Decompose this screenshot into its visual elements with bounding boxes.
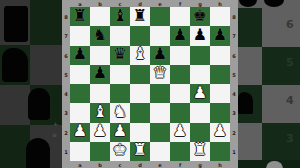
- file-label-b: b: [92, 1, 109, 7]
- piece-white-king[interactable]: ♚: [113, 142, 127, 158]
- rank-label-7: 7: [63, 28, 70, 44]
- rank-label-3: 3: [231, 105, 238, 121]
- right-background-strip: 6 5 4 3: [238, 0, 300, 168]
- rank-label-2: 2: [63, 124, 70, 140]
- rank-label-2: 2: [231, 124, 238, 140]
- square-g3[interactable]: [190, 103, 210, 122]
- ranks-right: 87654321: [230, 7, 238, 161]
- file-label-f: f: [172, 1, 189, 7]
- square-a4[interactable]: [70, 84, 90, 103]
- square-h3[interactable]: [210, 103, 230, 122]
- square-a1[interactable]: [70, 142, 90, 161]
- piece-black-king[interactable]: ♚: [193, 8, 207, 24]
- files-bottom: abcdefgh: [70, 161, 230, 168]
- square-a7[interactable]: [70, 26, 90, 45]
- rank-label-1: 1: [63, 143, 70, 159]
- square-c6[interactable]: ♛: [110, 46, 130, 65]
- piece-white-pawn[interactable]: ♟: [173, 123, 187, 139]
- file-label-g: g: [192, 162, 209, 168]
- piece-black-pawn[interactable]: ♟: [173, 27, 187, 43]
- square-b8[interactable]: [90, 7, 110, 26]
- square-h6[interactable]: [210, 46, 230, 65]
- rank-label-7: 7: [231, 28, 238, 44]
- rank-label-6: 6: [231, 47, 238, 63]
- square-a8[interactable]: ♜: [70, 7, 90, 26]
- chess-board: ♜♝♜♚♞♟♟♟♟♛♝♟♟♛♟♝♞♟♟♟♟♟♚♜♜: [70, 7, 230, 161]
- piece-black-rook[interactable]: ♜: [73, 8, 87, 24]
- ranks-left: 87654321: [62, 7, 70, 161]
- piece-black-pawn[interactable]: ♟: [73, 46, 87, 62]
- piece-black-knight[interactable]: ♞: [93, 27, 107, 43]
- square-d6[interactable]: ♝: [130, 46, 150, 65]
- square-c8[interactable]: ♝: [110, 7, 130, 26]
- file-label-h: h: [212, 162, 229, 168]
- piece-white-knight[interactable]: ♞: [113, 104, 127, 120]
- piece-white-pawn[interactable]: ♟: [73, 123, 87, 139]
- square-e6[interactable]: ♟: [150, 46, 170, 65]
- square-d3[interactable]: [130, 103, 150, 122]
- square-e3[interactable]: [150, 103, 170, 122]
- rank-label-5: 5: [231, 66, 238, 82]
- square-g1[interactable]: ♜: [190, 142, 210, 161]
- square-b7[interactable]: ♞: [90, 26, 110, 45]
- piece-black-rook[interactable]: ♜: [133, 8, 147, 24]
- rank-label-4: 4: [63, 85, 70, 101]
- screenshot-stage: + ≡ 6 5 4 3 abcdefgh abcdefgh 87654321 8…: [0, 0, 300, 168]
- piece-black-pawn[interactable]: ♟: [193, 27, 207, 43]
- chess-board-zone: abcdefgh abcdefgh 87654321 87654321 ♜♝♜♚…: [62, 0, 238, 168]
- rank-label-8: 8: [63, 8, 70, 24]
- piece-white-rook[interactable]: ♜: [133, 142, 147, 158]
- rank-label-6: 6: [63, 47, 70, 63]
- file-label-e: e: [152, 1, 169, 7]
- square-d2[interactable]: [130, 123, 150, 142]
- square-f5[interactable]: [170, 65, 190, 84]
- piece-white-pawn[interactable]: ♟: [93, 123, 107, 139]
- square-b1[interactable]: [90, 142, 110, 161]
- square-d1[interactable]: ♜: [130, 142, 150, 161]
- file-label-c: c: [112, 162, 129, 168]
- square-e5[interactable]: ♛: [150, 65, 170, 84]
- square-h7[interactable]: ♟: [210, 26, 230, 45]
- square-d8[interactable]: ♜: [130, 7, 150, 26]
- square-f4[interactable]: [170, 84, 190, 103]
- file-label-d: d: [132, 162, 149, 168]
- piece-white-queen[interactable]: ♛: [153, 65, 167, 81]
- left-strip-darken-overlay: [0, 0, 62, 168]
- square-g8[interactable]: ♚: [190, 7, 210, 26]
- square-c7[interactable]: [110, 26, 130, 45]
- square-f8[interactable]: [170, 7, 190, 26]
- square-e2[interactable]: [150, 123, 170, 142]
- rank-label-4: 4: [231, 85, 238, 101]
- square-e8[interactable]: [150, 7, 170, 26]
- file-label-h: h: [212, 1, 229, 7]
- square-a3[interactable]: [70, 103, 90, 122]
- square-e4[interactable]: [150, 84, 170, 103]
- right-strip-darken-overlay: [238, 0, 300, 168]
- square-d7[interactable]: [130, 26, 150, 45]
- file-label-e: e: [152, 162, 169, 168]
- file-label-f: f: [172, 162, 189, 168]
- piece-black-pawn[interactable]: ♟: [213, 27, 227, 43]
- square-a2[interactable]: ♟: [70, 123, 90, 142]
- square-h8[interactable]: [210, 7, 230, 26]
- square-h4[interactable]: [210, 84, 230, 103]
- square-h5[interactable]: [210, 65, 230, 84]
- square-e7[interactable]: [150, 26, 170, 45]
- piece-white-bishop[interactable]: ♝: [133, 46, 147, 62]
- piece-black-bishop[interactable]: ♝: [113, 8, 127, 24]
- rank-label-8: 8: [231, 8, 238, 24]
- piece-white-pawn[interactable]: ♟: [213, 123, 227, 139]
- square-f6[interactable]: [170, 46, 190, 65]
- square-g5[interactable]: [190, 65, 210, 84]
- rank-label-1: 1: [231, 143, 238, 159]
- file-label-b: b: [92, 162, 109, 168]
- left-background-strip: + ≡: [0, 0, 62, 168]
- piece-white-pawn[interactable]: ♟: [113, 123, 127, 139]
- square-c5[interactable]: [110, 65, 130, 84]
- square-c3[interactable]: ♞: [110, 103, 130, 122]
- square-c4[interactable]: [110, 84, 130, 103]
- rank-label-5: 5: [63, 66, 70, 82]
- square-g7[interactable]: ♟: [190, 26, 210, 45]
- square-h2[interactable]: ♟: [210, 123, 230, 142]
- piece-black-queen[interactable]: ♛: [113, 46, 127, 62]
- square-f7[interactable]: ♟: [170, 26, 190, 45]
- piece-black-pawn[interactable]: ♟: [93, 65, 107, 81]
- square-c1[interactable]: ♚: [110, 142, 130, 161]
- square-a6[interactable]: ♟: [70, 46, 90, 65]
- piece-white-pawn[interactable]: ♟: [193, 85, 207, 101]
- square-g4[interactable]: ♟: [190, 84, 210, 103]
- piece-white-rook[interactable]: ♜: [193, 142, 207, 158]
- file-label-a: a: [72, 162, 89, 168]
- piece-black-pawn[interactable]: ♟: [153, 46, 167, 62]
- square-b4[interactable]: [90, 84, 110, 103]
- square-g6[interactable]: [190, 46, 210, 65]
- square-b3[interactable]: ♝: [90, 103, 110, 122]
- square-g2[interactable]: [190, 123, 210, 142]
- square-f2[interactable]: ♟: [170, 123, 190, 142]
- square-c2[interactable]: ♟: [110, 123, 130, 142]
- square-b2[interactable]: ♟: [90, 123, 110, 142]
- square-a5[interactable]: [70, 65, 90, 84]
- square-d4[interactable]: [130, 84, 150, 103]
- square-b6[interactable]: [90, 46, 110, 65]
- square-h1[interactable]: [210, 142, 230, 161]
- piece-white-bishop[interactable]: ♝: [93, 104, 107, 120]
- square-e1[interactable]: [150, 142, 170, 161]
- square-f3[interactable]: [170, 103, 190, 122]
- rank-label-3: 3: [63, 105, 70, 121]
- square-b5[interactable]: ♟: [90, 65, 110, 84]
- square-f1[interactable]: [170, 142, 190, 161]
- square-d5[interactable]: [130, 65, 150, 84]
